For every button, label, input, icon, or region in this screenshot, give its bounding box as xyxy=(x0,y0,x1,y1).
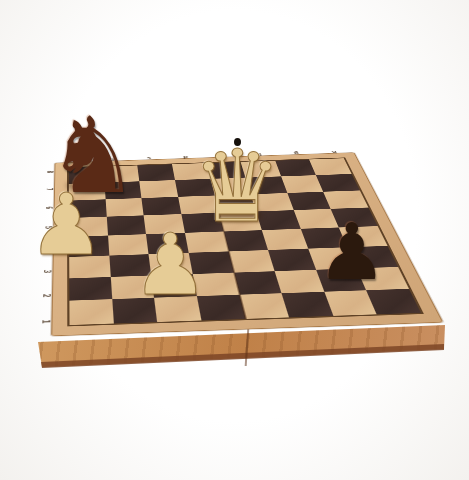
square-h6 xyxy=(323,190,368,209)
square-a8 xyxy=(69,167,104,184)
chess-board-photo-scene: 87654321 abcdefgh ♞♛♟♟♟ xyxy=(0,0,469,480)
square-a3 xyxy=(69,255,110,278)
square-d4 xyxy=(185,231,229,252)
square-b8 xyxy=(103,165,139,182)
square-d6 xyxy=(178,195,219,214)
rank-label-1: 1 xyxy=(40,320,50,324)
square-e5 xyxy=(219,212,262,232)
chess-board: 87654321 abcdefgh xyxy=(11,57,435,406)
square-a2 xyxy=(69,277,112,301)
square-f7 xyxy=(246,176,288,194)
file-label-d: d xyxy=(183,155,189,158)
square-b2 xyxy=(110,275,154,299)
square-a1 xyxy=(69,299,113,325)
square-c2 xyxy=(151,274,196,298)
rank-labels: 87654321 xyxy=(38,163,54,336)
square-c5 xyxy=(144,214,185,234)
square-c8 xyxy=(138,164,175,181)
file-label-b: b xyxy=(109,158,114,161)
square-e2 xyxy=(234,271,282,295)
square-c3 xyxy=(149,253,193,276)
square-d5 xyxy=(181,213,223,233)
square-h7 xyxy=(316,174,360,192)
square-h2 xyxy=(357,267,409,291)
rank-label-3: 3 xyxy=(42,270,52,274)
square-h8 xyxy=(309,158,351,175)
rank-label-5: 5 xyxy=(43,226,52,229)
rank-label-7: 7 xyxy=(45,188,53,191)
square-a4 xyxy=(69,236,109,257)
square-f8 xyxy=(241,161,281,178)
file-label-c: c xyxy=(146,156,151,159)
square-h1 xyxy=(367,289,421,314)
square-e7 xyxy=(210,178,250,196)
square-b6 xyxy=(105,198,144,217)
file-label-e: e xyxy=(220,154,226,157)
square-c7 xyxy=(140,180,178,198)
file-label-h: h xyxy=(331,150,337,153)
rank-label-8: 8 xyxy=(45,170,53,173)
square-d2 xyxy=(193,272,240,296)
square-e8 xyxy=(206,162,245,179)
square-d7 xyxy=(175,179,214,197)
square-b7 xyxy=(104,181,141,199)
square-h3 xyxy=(348,246,398,268)
file-label-a: a xyxy=(72,159,77,162)
rank-label-4: 4 xyxy=(43,247,52,251)
square-c6 xyxy=(142,197,182,216)
square-c4 xyxy=(146,233,188,254)
file-label-g: g xyxy=(293,151,299,154)
square-a5 xyxy=(69,217,108,237)
board-grid xyxy=(67,157,424,326)
square-e4 xyxy=(223,230,268,251)
file-label-f: f xyxy=(258,152,262,155)
square-b5 xyxy=(106,215,146,235)
square-e6 xyxy=(214,194,256,213)
square-h4 xyxy=(339,226,387,247)
square-d8 xyxy=(172,163,210,180)
rank-label-6: 6 xyxy=(44,206,53,209)
square-d1 xyxy=(197,295,245,321)
board-rim: 87654321 abcdefgh xyxy=(51,152,443,336)
square-b4 xyxy=(108,234,149,255)
square-a6 xyxy=(69,199,107,218)
square-a7 xyxy=(69,182,105,200)
square-c1 xyxy=(154,296,201,322)
square-b1 xyxy=(112,298,158,324)
square-b3 xyxy=(109,254,151,277)
square-e3 xyxy=(228,250,274,272)
rank-label-2: 2 xyxy=(41,294,51,298)
square-e1 xyxy=(239,293,289,319)
square-d3 xyxy=(189,251,234,274)
square-h5 xyxy=(331,208,378,228)
